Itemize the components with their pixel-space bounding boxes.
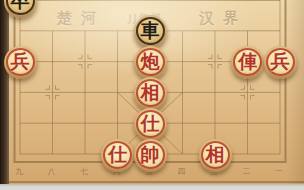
piece-face: 相 bbox=[201, 141, 230, 169]
piece-red-advisor-center[interactable]: 仕 bbox=[134, 108, 167, 141]
piece-glyph: 車 bbox=[141, 21, 160, 40]
piece-glyph: 仕 bbox=[108, 145, 127, 164]
piece-glyph: 兵 bbox=[271, 52, 290, 71]
piece-glyph: 仕 bbox=[141, 114, 160, 133]
piece-glyph: 兵 bbox=[11, 52, 30, 71]
piece-glyph: 俥 bbox=[238, 52, 257, 71]
piece-red-chariot[interactable]: 俥 bbox=[231, 46, 264, 79]
piece-face: 卒 bbox=[6, 0, 35, 15]
piece-glyph: 炮 bbox=[141, 52, 160, 71]
piece-face: 炮 bbox=[136, 48, 165, 76]
piece-face: 仕 bbox=[103, 141, 132, 169]
piece-glyph: 相 bbox=[141, 83, 160, 102]
piece-red-advisor-left[interactable]: 仕 bbox=[101, 139, 134, 172]
piece-glyph: 卒 bbox=[11, 0, 30, 10]
piece-red-elephant-center[interactable]: 相 bbox=[134, 77, 167, 110]
piece-red-soldier-left[interactable]: 兵 bbox=[4, 46, 37, 79]
piece-face: 相 bbox=[136, 79, 165, 107]
piece-red-general[interactable]: 帥 bbox=[134, 139, 167, 172]
piece-glyph: 帥 bbox=[141, 145, 160, 164]
game-screen: 楚河 汉界 JJ象棋 九八七六五四三二一 卒車兵炮俥兵相仕仕帥相 bbox=[0, 0, 304, 190]
piece-red-elephant-right[interactable]: 相 bbox=[199, 139, 232, 172]
piece-face: 仕 bbox=[136, 110, 165, 138]
pieces-layer: 卒車兵炮俥兵相仕仕帥相 bbox=[0, 0, 304, 190]
screen-bottom-edge bbox=[0, 184, 304, 190]
piece-face: 俥 bbox=[233, 48, 262, 76]
piece-red-cannon[interactable]: 炮 bbox=[134, 46, 167, 79]
piece-face: 車 bbox=[136, 17, 165, 45]
piece-red-soldier-right[interactable]: 兵 bbox=[264, 46, 297, 79]
piece-face: 帥 bbox=[136, 141, 165, 169]
piece-glyph: 相 bbox=[206, 145, 225, 164]
piece-face: 兵 bbox=[6, 48, 35, 76]
piece-black-chariot[interactable]: 車 bbox=[134, 15, 167, 48]
piece-black-soldier-a[interactable]: 卒 bbox=[4, 0, 37, 18]
piece-face: 兵 bbox=[266, 48, 295, 76]
